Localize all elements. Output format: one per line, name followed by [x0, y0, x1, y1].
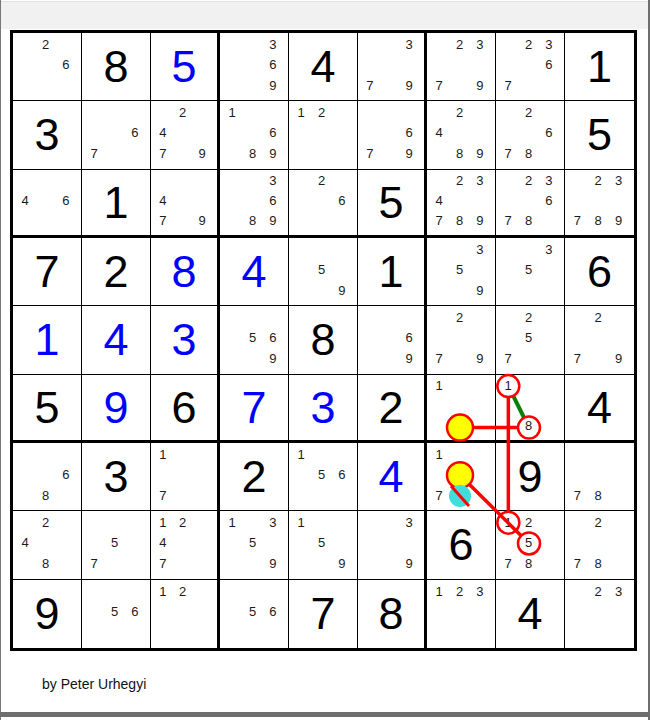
candidate-grid: 679 [360, 102, 419, 163]
candidate-4[interactable]: 4 [153, 190, 173, 210]
cell-r3c8[interactable]: 23678 [496, 170, 565, 238]
cell-r1c3[interactable]: 5 [151, 33, 220, 101]
given-digit: 4 [289, 33, 357, 100]
candidate-7[interactable]: 7 [567, 348, 588, 368]
candidate-2[interactable]: 2 [518, 171, 538, 191]
cell-r2c2[interactable]: 67 [82, 101, 151, 169]
candidate-grid: 35 [498, 239, 559, 300]
cell-r9c4[interactable]: 56 [220, 580, 289, 648]
cell-r4c8[interactable]: 35 [496, 238, 565, 306]
candidate-grid: 1247 [153, 512, 212, 573]
candidate-grid: 1578 [429, 444, 490, 505]
candidate-grid: 248 [15, 512, 76, 573]
cell-r1c5[interactable]: 4 [289, 33, 358, 101]
cell-r6c7[interactable]: 18 [427, 375, 496, 443]
candidate-6[interactable]: 6 [263, 190, 283, 210]
solved-digit: 3 [151, 306, 217, 373]
candidate-3[interactable]: 3 [608, 171, 629, 191]
candidate-2[interactable]: 2 [35, 34, 55, 54]
candidate-grid: 159 [291, 512, 352, 573]
candidate-6[interactable]: 6 [56, 54, 76, 74]
given-digit: 3 [82, 443, 150, 510]
cell-r8c4[interactable]: 1359 [220, 511, 289, 579]
candidate-3[interactable]: 3 [263, 512, 283, 532]
candidate-2[interactable]: 2 [449, 34, 469, 54]
candidate-1[interactable]: 1 [498, 512, 518, 532]
candidate-6[interactable]: 6 [263, 601, 283, 622]
cell-r3c6[interactable]: 5 [358, 170, 427, 238]
candidate-5[interactable]: 5 [311, 464, 331, 484]
sudoku-grid[interactable]: 2685369437923792367136724791689126792489… [10, 30, 637, 651]
candidate-9[interactable]: 9 [263, 553, 283, 573]
candidate-1[interactable]: 1 [222, 102, 242, 122]
candidate-3[interactable]: 3 [263, 171, 283, 191]
cell-r2c3[interactable]: 2479 [151, 101, 220, 169]
candidate-3[interactable]: 3 [399, 512, 419, 532]
candidate-grid: 234789 [429, 171, 490, 230]
candidate-7[interactable]: 7 [429, 485, 449, 505]
candidate-8[interactable]: 8 [518, 415, 538, 435]
candidate-7[interactable]: 7 [360, 75, 380, 95]
candidate-8[interactable]: 8 [518, 553, 538, 573]
cell-r8c6[interactable]: 39 [358, 511, 427, 579]
candidate-grid: 56 [222, 581, 283, 643]
candidate-7[interactable]: 7 [498, 348, 518, 368]
cell-r1c2[interactable]: 8 [82, 33, 151, 101]
candidate-grid: 379 [360, 34, 419, 95]
cell-r6c9[interactable]: 4 [565, 375, 634, 443]
cell-r8c7[interactable]: 6 [427, 511, 496, 579]
cell-r2c9[interactable]: 5 [565, 101, 634, 169]
candidate-5[interactable]: 5 [242, 328, 262, 348]
candidate-grid: 123 [429, 581, 490, 643]
cell-r7c1[interactable]: 68 [13, 443, 82, 511]
candidate-9[interactable]: 9 [263, 143, 283, 163]
cell-r7c3[interactable]: 17 [151, 443, 220, 511]
candidate-2[interactable]: 2 [588, 512, 609, 532]
solved-digit: 4 [82, 306, 150, 373]
candidate-9[interactable]: 9 [263, 210, 283, 230]
candidate-2[interactable]: 2 [173, 102, 193, 122]
cell-r5c3[interactable]: 3 [151, 306, 220, 374]
candidate-6[interactable]: 6 [56, 464, 76, 484]
candidate-8[interactable]: 8 [449, 485, 469, 505]
given-digit: 1 [565, 33, 634, 100]
cell-r2c8[interactable]: 2678 [496, 101, 565, 169]
candidate-2[interactable]: 2 [588, 307, 609, 327]
candidate-7[interactable]: 7 [153, 143, 173, 163]
candidate-6[interactable]: 6 [539, 54, 559, 74]
candidate-5[interactable]: 5 [449, 259, 469, 279]
candidate-7[interactable]: 7 [429, 348, 449, 368]
candidate-3[interactable]: 3 [470, 34, 490, 54]
candidate-7[interactable]: 7 [84, 553, 104, 573]
candidate-7[interactable]: 7 [567, 553, 588, 573]
cell-r8c9[interactable]: 278 [565, 511, 634, 579]
given-digit: 5 [565, 101, 634, 168]
candidate-grid: 359 [429, 239, 490, 300]
cell-r8c8[interactable]: 12578 [496, 511, 565, 579]
cell-r2c7[interactable]: 2489 [427, 101, 496, 169]
candidate-8[interactable]: 8 [588, 485, 609, 505]
candidate-grid: 569 [222, 307, 283, 368]
cell-r5c7[interactable]: 279 [427, 306, 496, 374]
cell-r9c5[interactable]: 7 [289, 580, 358, 648]
candidate-grid: 78 [567, 444, 629, 505]
candidate-2[interactable]: 2 [518, 512, 538, 532]
candidate-grid: 12578 [498, 512, 559, 573]
candidate-grid: 2678 [498, 102, 559, 163]
candidate-9[interactable]: 9 [470, 75, 490, 95]
cell-r4c4[interactable]: 4 [220, 238, 289, 306]
cell-r7c9[interactable]: 78 [565, 443, 634, 511]
cell-r3c7[interactable]: 234789 [427, 170, 496, 238]
candidate-grid: 23678 [498, 171, 559, 230]
candidate-1[interactable]: 1 [429, 376, 449, 396]
cell-r3c5[interactable]: 26 [289, 170, 358, 238]
candidate-5[interactable]: 5 [449, 464, 469, 484]
cell-r8c1[interactable]: 248 [13, 511, 82, 579]
cell-r7c2[interactable]: 3 [82, 443, 151, 511]
candidate-6[interactable]: 6 [125, 123, 145, 143]
solved-digit: 4 [220, 238, 288, 305]
candidate-grid: 39 [360, 512, 419, 573]
solved-digit: 4 [358, 443, 424, 510]
candidate-grid: 279 [567, 307, 629, 368]
cell-r9c3[interactable]: 12 [151, 580, 220, 648]
candidate-2[interactable]: 2 [449, 581, 469, 602]
candidate-6[interactable]: 6 [263, 123, 283, 143]
cell-r5c6[interactable]: 69 [358, 306, 427, 374]
candidate-grid: 68 [15, 444, 76, 505]
candidate-grid: 67 [84, 102, 145, 163]
candidate-2[interactable]: 2 [518, 34, 538, 54]
given-digit: 6 [427, 511, 495, 578]
cell-r5c9[interactable]: 279 [565, 306, 634, 374]
cell-r4c3[interactable]: 8 [151, 238, 220, 306]
window-top-strip [1, 1, 648, 29]
candidate-8[interactable]: 8 [35, 485, 55, 505]
cell-r9c6[interactable]: 8 [358, 580, 427, 648]
candidate-5[interactable]: 5 [518, 533, 538, 553]
given-digit: 4 [496, 580, 564, 648]
candidate-9[interactable]: 9 [399, 348, 419, 368]
candidate-grid: 369 [222, 34, 283, 95]
cell-r7c5[interactable]: 156 [289, 443, 358, 511]
cell-r4c1[interactable]: 7 [13, 238, 82, 306]
candidate-grid: 2379 [429, 34, 490, 95]
candidate-7[interactable]: 7 [84, 143, 104, 163]
candidate-grid: 46 [15, 171, 76, 230]
candidate-9[interactable]: 9 [399, 143, 419, 163]
candidate-grid: 12 [291, 102, 352, 163]
cell-r4c2[interactable]: 2 [82, 238, 151, 306]
cell-r2c1[interactable]: 3 [13, 101, 82, 169]
cell-r8c5[interactable]: 159 [289, 511, 358, 579]
candidate-4[interactable]: 4 [15, 533, 35, 553]
candidate-2[interactable]: 2 [173, 581, 193, 602]
candidate-7[interactable]: 7 [153, 210, 173, 230]
cell-r4c9[interactable]: 6 [565, 238, 634, 306]
candidate-grid: 2479 [153, 102, 212, 163]
candidate-7[interactable]: 7 [498, 210, 518, 230]
cell-r9c8[interactable]: 4 [496, 580, 565, 648]
candidate-6[interactable]: 6 [539, 190, 559, 210]
given-digit: 6 [565, 238, 634, 305]
candidate-6[interactable]: 6 [399, 123, 419, 143]
candidate-grid: 18 [498, 376, 559, 435]
cell-r6c4[interactable]: 7 [220, 375, 289, 443]
candidate-7[interactable]: 7 [429, 210, 449, 230]
candidate-grid: 12 [153, 581, 212, 643]
candidate-6[interactable]: 6 [332, 464, 352, 484]
candidate-7[interactable]: 7 [153, 485, 173, 505]
candidate-5[interactable]: 5 [311, 533, 331, 553]
candidate-5[interactable]: 5 [242, 601, 262, 622]
candidate-9[interactable]: 9 [608, 210, 629, 230]
candidate-grid: 3689 [222, 171, 283, 230]
solved-digit: 1 [13, 306, 81, 373]
given-digit: 2 [358, 375, 424, 440]
candidate-9[interactable]: 9 [399, 75, 419, 95]
candidate-9[interactable]: 9 [399, 553, 419, 573]
candidate-3[interactable]: 3 [608, 581, 629, 602]
given-digit: 9 [496, 443, 564, 510]
cell-r5c1[interactable]: 1 [13, 306, 82, 374]
candidate-grid: 17 [153, 444, 212, 505]
candidate-7[interactable]: 7 [360, 143, 380, 163]
candidate-8[interactable]: 8 [242, 210, 262, 230]
cell-r7c7[interactable]: 1578 [427, 443, 496, 511]
cell-r3c1[interactable]: 46 [13, 170, 82, 238]
candidate-9[interactable]: 9 [192, 210, 212, 230]
candidate-1[interactable]: 1 [153, 581, 173, 602]
cell-r9c9[interactable]: 23 [565, 580, 634, 648]
candidate-9[interactable]: 9 [332, 553, 352, 573]
cell-r1c7[interactable]: 2379 [427, 33, 496, 101]
candidate-grid: 57 [84, 512, 145, 573]
candidate-2[interactable]: 2 [35, 512, 55, 532]
cell-r9c2[interactable]: 56 [82, 580, 151, 648]
candidate-3[interactable]: 3 [539, 171, 559, 191]
candidate-8[interactable]: 8 [449, 210, 469, 230]
cell-r1c1[interactable]: 26 [13, 33, 82, 101]
candidate-9[interactable]: 9 [332, 280, 352, 300]
candidate-grid: 56 [84, 581, 145, 643]
cell-r3c3[interactable]: 479 [151, 170, 220, 238]
cell-r5c4[interactable]: 569 [220, 306, 289, 374]
candidate-grid: 156 [291, 444, 352, 505]
cell-r6c3[interactable]: 6 [151, 375, 220, 443]
candidate-6[interactable]: 6 [399, 328, 419, 348]
candidate-grid: 23 [567, 581, 629, 643]
candidate-3[interactable]: 3 [470, 171, 490, 191]
candidate-1[interactable]: 1 [291, 512, 311, 532]
given-digit: 2 [82, 238, 150, 305]
cell-r9c1[interactable]: 9 [13, 580, 82, 648]
solved-digit: 7 [220, 375, 288, 440]
cell-r8c2[interactable]: 57 [82, 511, 151, 579]
candidate-4[interactable]: 4 [153, 533, 173, 553]
candidate-2[interactable]: 2 [588, 581, 609, 602]
candidate-9[interactable]: 9 [470, 143, 490, 163]
given-digit: 6 [151, 375, 217, 440]
candidate-3[interactable]: 3 [539, 34, 559, 54]
candidate-grid: 69 [360, 307, 419, 368]
candidate-grid: 257 [498, 307, 559, 368]
candidate-grid: 1359 [222, 512, 283, 573]
candidate-8[interactable]: 8 [35, 553, 55, 573]
candidate-8[interactable]: 8 [588, 210, 609, 230]
solved-digit: 3 [289, 375, 357, 440]
candidate-6[interactable]: 6 [56, 190, 76, 210]
cell-r4c5[interactable]: 59 [289, 238, 358, 306]
cell-r2c4[interactable]: 1689 [220, 101, 289, 169]
candidate-1[interactable]: 1 [291, 102, 311, 122]
candidate-4[interactable]: 4 [153, 123, 173, 143]
candidate-4[interactable]: 4 [15, 190, 35, 210]
candidate-8[interactable]: 8 [242, 143, 262, 163]
candidate-5[interactable]: 5 [104, 533, 124, 553]
cell-r3c2[interactable]: 1 [82, 170, 151, 238]
candidate-8[interactable]: 8 [449, 143, 469, 163]
candidate-2[interactable]: 2 [311, 102, 331, 122]
candidate-5[interactable]: 5 [242, 533, 262, 553]
candidate-9[interactable]: 9 [470, 348, 490, 368]
candidate-6[interactable]: 6 [539, 123, 559, 143]
cell-r6c1[interactable]: 5 [13, 375, 82, 443]
window-border-bottom [0, 712, 650, 717]
cell-r5c5[interactable]: 8 [289, 306, 358, 374]
candidate-6[interactable]: 6 [263, 54, 283, 74]
candidate-9[interactable]: 9 [263, 348, 283, 368]
cell-r4c6[interactable]: 1 [358, 238, 427, 306]
candidate-1[interactable]: 1 [429, 581, 449, 602]
candidate-5[interactable]: 5 [311, 259, 331, 279]
solved-digit: 8 [151, 238, 217, 305]
candidate-7[interactable]: 7 [429, 75, 449, 95]
candidate-9[interactable]: 9 [263, 75, 283, 95]
candidate-2[interactable]: 2 [449, 307, 469, 327]
given-digit: 2 [220, 443, 288, 510]
cell-r7c4[interactable]: 2 [220, 443, 289, 511]
cell-r6c5[interactable]: 3 [289, 375, 358, 443]
candidate-1[interactable]: 1 [222, 512, 242, 532]
given-digit: 7 [289, 580, 357, 648]
candidate-8[interactable]: 8 [518, 143, 538, 163]
cell-r1c6[interactable]: 379 [358, 33, 427, 101]
candidate-7[interactable]: 7 [498, 553, 518, 573]
given-digit: 5 [358, 170, 424, 235]
cell-r8c3[interactable]: 1247 [151, 511, 220, 579]
candidate-9[interactable]: 9 [470, 210, 490, 230]
cell-r7c8[interactable]: 9 [496, 443, 565, 511]
candidate-5[interactable]: 5 [104, 601, 124, 622]
given-digit: 5 [13, 375, 81, 440]
cell-r9c7[interactable]: 123 [427, 580, 496, 648]
candidate-2[interactable]: 2 [311, 171, 331, 191]
given-digit: 8 [358, 580, 424, 648]
candidate-7[interactable]: 7 [567, 210, 588, 230]
candidate-7[interactable]: 7 [567, 485, 588, 505]
candidate-9[interactable]: 9 [192, 143, 212, 163]
candidate-1[interactable]: 1 [153, 444, 173, 464]
candidate-1[interactable]: 1 [429, 444, 449, 464]
cell-r3c4[interactable]: 3689 [220, 170, 289, 238]
given-digit: 4 [565, 375, 634, 440]
candidate-7[interactable]: 7 [498, 143, 518, 163]
candidate-1[interactable]: 1 [153, 512, 173, 532]
window-border-left [0, 0, 1, 720]
candidate-2[interactable]: 2 [518, 307, 538, 327]
candidate-6[interactable]: 6 [125, 601, 145, 622]
cell-r6c2[interactable]: 9 [82, 375, 151, 443]
candidate-2[interactable]: 2 [518, 102, 538, 122]
cell-r3c9[interactable]: 23789 [565, 170, 634, 238]
cell-r1c9[interactable]: 1 [565, 33, 634, 101]
cell-r7c6[interactable]: 4 [358, 443, 427, 511]
candidate-3[interactable]: 3 [399, 34, 419, 54]
given-digit: 7 [13, 238, 81, 305]
candidate-8[interactable]: 8 [588, 553, 609, 573]
candidate-2[interactable]: 2 [449, 102, 469, 122]
solved-digit: 9 [82, 375, 150, 440]
cell-r5c8[interactable]: 257 [496, 306, 565, 374]
candidate-grid: 2367 [498, 34, 559, 95]
candidate-7[interactable]: 7 [498, 75, 518, 95]
candidate-grid: 279 [429, 307, 490, 368]
candidate-5[interactable]: 5 [518, 259, 538, 279]
candidate-3[interactable]: 3 [470, 581, 490, 602]
candidate-9[interactable]: 9 [608, 348, 629, 368]
candidate-3[interactable]: 3 [263, 34, 283, 54]
given-digit: 9 [13, 580, 81, 648]
candidate-3[interactable]: 3 [470, 239, 490, 259]
candidate-1[interactable]: 1 [498, 376, 518, 396]
candidate-2[interactable]: 2 [173, 512, 193, 532]
candidate-grid: 278 [567, 512, 629, 573]
candidate-6[interactable]: 6 [263, 328, 283, 348]
candidate-2[interactable]: 2 [588, 171, 609, 191]
cell-r1c4[interactable]: 369 [220, 33, 289, 101]
candidate-8[interactable]: 8 [518, 210, 538, 230]
cell-r4c7[interactable]: 359 [427, 238, 496, 306]
cell-r6c8[interactable]: 18 [496, 375, 565, 443]
cell-r6c6[interactable]: 2 [358, 375, 427, 443]
candidate-7[interactable]: 7 [153, 553, 173, 573]
given-digit: 3 [13, 101, 81, 168]
candidate-8[interactable]: 8 [449, 415, 469, 435]
cell-r1c8[interactable]: 2367 [496, 33, 565, 101]
candidate-1[interactable]: 1 [291, 444, 311, 464]
cell-r2c5[interactable]: 12 [289, 101, 358, 169]
candidate-6[interactable]: 6 [332, 190, 352, 210]
candidate-grid: 479 [153, 171, 212, 230]
candidate-9[interactable]: 9 [470, 280, 490, 300]
credit-text: by Peter Urhegyi [42, 676, 146, 692]
candidate-3[interactable]: 3 [539, 239, 559, 259]
given-digit: 8 [289, 306, 357, 373]
given-digit: 1 [82, 170, 150, 235]
candidate-4[interactable]: 4 [429, 123, 449, 143]
cell-r5c2[interactable]: 4 [82, 306, 151, 374]
candidate-grid: 1689 [222, 102, 283, 163]
candidate-5[interactable]: 5 [518, 328, 538, 348]
cell-r2c6[interactable]: 679 [358, 101, 427, 169]
candidate-4[interactable]: 4 [429, 190, 449, 210]
candidate-grid: 26 [15, 34, 76, 95]
candidate-2[interactable]: 2 [449, 171, 469, 191]
